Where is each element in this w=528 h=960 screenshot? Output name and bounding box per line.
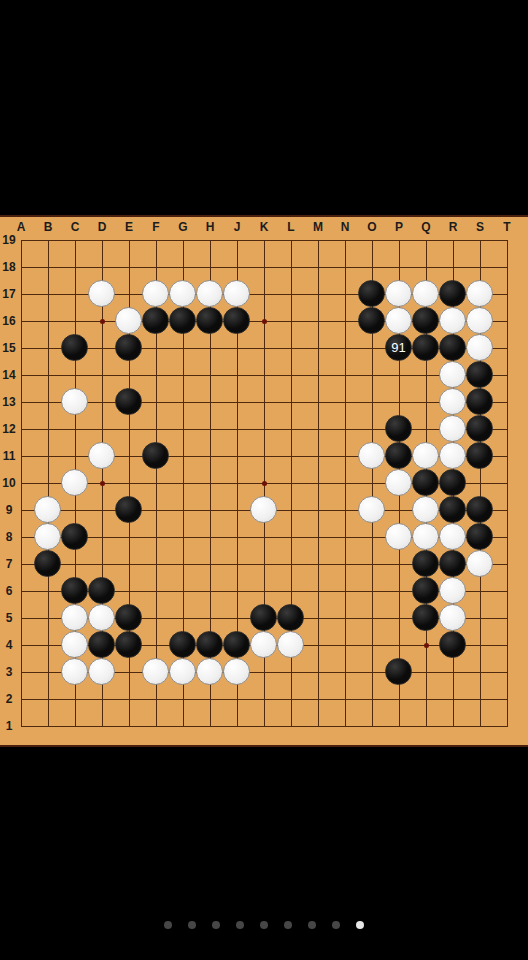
intersection[interactable] <box>61 280 88 307</box>
intersection[interactable] <box>412 496 439 523</box>
intersection[interactable] <box>439 577 466 604</box>
intersection[interactable] <box>412 550 439 577</box>
intersection[interactable] <box>439 604 466 631</box>
intersection[interactable] <box>7 712 34 739</box>
intersection[interactable] <box>169 361 196 388</box>
intersection[interactable] <box>466 307 493 334</box>
intersection[interactable] <box>115 226 142 253</box>
intersection[interactable] <box>331 685 358 712</box>
intersection[interactable] <box>493 712 520 739</box>
intersection[interactable] <box>385 523 412 550</box>
intersection[interactable] <box>169 334 196 361</box>
intersection[interactable] <box>304 226 331 253</box>
intersection[interactable] <box>304 253 331 280</box>
intersection[interactable] <box>88 334 115 361</box>
intersection[interactable] <box>250 469 277 496</box>
page-dot[interactable] <box>356 921 364 929</box>
intersection[interactable] <box>7 550 34 577</box>
intersection[interactable] <box>142 658 169 685</box>
intersection[interactable] <box>61 604 88 631</box>
intersection[interactable] <box>88 550 115 577</box>
intersection[interactable] <box>412 658 439 685</box>
page-dot[interactable] <box>332 921 340 929</box>
intersection[interactable] <box>142 388 169 415</box>
intersection[interactable] <box>115 442 142 469</box>
intersection[interactable] <box>169 226 196 253</box>
intersection[interactable] <box>196 577 223 604</box>
intersection[interactable] <box>358 415 385 442</box>
intersection[interactable] <box>196 658 223 685</box>
intersection[interactable] <box>331 604 358 631</box>
intersection[interactable] <box>493 334 520 361</box>
intersection[interactable] <box>115 577 142 604</box>
intersection[interactable] <box>142 631 169 658</box>
intersection[interactable] <box>7 523 34 550</box>
intersection[interactable] <box>142 334 169 361</box>
intersection[interactable] <box>61 685 88 712</box>
intersection[interactable] <box>115 523 142 550</box>
intersection[interactable] <box>88 712 115 739</box>
intersection[interactable] <box>115 550 142 577</box>
intersection[interactable] <box>385 685 412 712</box>
intersection[interactable] <box>250 523 277 550</box>
intersection[interactable] <box>412 334 439 361</box>
intersection[interactable] <box>196 550 223 577</box>
intersection[interactable] <box>142 442 169 469</box>
intersection[interactable] <box>277 307 304 334</box>
intersection[interactable] <box>7 658 34 685</box>
intersection[interactable] <box>34 469 61 496</box>
intersection[interactable] <box>34 307 61 334</box>
intersection[interactable] <box>34 388 61 415</box>
intersection[interactable] <box>385 496 412 523</box>
intersection[interactable] <box>358 631 385 658</box>
intersection[interactable] <box>304 604 331 631</box>
intersection[interactable] <box>169 550 196 577</box>
intersection[interactable] <box>277 361 304 388</box>
intersection[interactable] <box>331 361 358 388</box>
intersection[interactable] <box>61 469 88 496</box>
intersection[interactable] <box>412 442 439 469</box>
intersection[interactable] <box>304 415 331 442</box>
intersection[interactable] <box>493 280 520 307</box>
intersection[interactable] <box>88 226 115 253</box>
intersection[interactable] <box>412 307 439 334</box>
intersection[interactable] <box>439 307 466 334</box>
intersection[interactable] <box>493 415 520 442</box>
intersection[interactable] <box>61 442 88 469</box>
intersection[interactable] <box>61 523 88 550</box>
intersection[interactable] <box>358 469 385 496</box>
intersection[interactable] <box>493 658 520 685</box>
intersection[interactable] <box>142 361 169 388</box>
intersection[interactable] <box>61 658 88 685</box>
intersection[interactable] <box>250 631 277 658</box>
intersection[interactable] <box>493 361 520 388</box>
intersection[interactable] <box>142 550 169 577</box>
intersection[interactable] <box>385 388 412 415</box>
intersection[interactable] <box>277 280 304 307</box>
intersection[interactable] <box>250 361 277 388</box>
intersection[interactable] <box>115 307 142 334</box>
intersection[interactable] <box>169 604 196 631</box>
intersection[interactable] <box>250 307 277 334</box>
intersection[interactable] <box>196 253 223 280</box>
intersection[interactable] <box>61 550 88 577</box>
intersection[interactable] <box>169 523 196 550</box>
intersection[interactable] <box>277 658 304 685</box>
intersection[interactable] <box>358 712 385 739</box>
intersection[interactable] <box>277 469 304 496</box>
intersection[interactable] <box>7 469 34 496</box>
intersection[interactable] <box>250 280 277 307</box>
intersection[interactable] <box>115 388 142 415</box>
intersection[interactable] <box>115 685 142 712</box>
intersection[interactable] <box>304 550 331 577</box>
intersection[interactable] <box>223 361 250 388</box>
intersection[interactable] <box>88 307 115 334</box>
intersection[interactable] <box>142 712 169 739</box>
intersection[interactable] <box>250 388 277 415</box>
intersection[interactable] <box>34 280 61 307</box>
intersection[interactable] <box>358 577 385 604</box>
intersection[interactable] <box>142 469 169 496</box>
intersection[interactable] <box>331 253 358 280</box>
intersection[interactable] <box>7 631 34 658</box>
intersection[interactable] <box>223 442 250 469</box>
intersection[interactable] <box>61 388 88 415</box>
intersection[interactable] <box>34 631 61 658</box>
intersection[interactable] <box>61 631 88 658</box>
intersection[interactable] <box>196 307 223 334</box>
intersection[interactable] <box>142 523 169 550</box>
intersection[interactable] <box>412 577 439 604</box>
intersection[interactable] <box>61 415 88 442</box>
intersection[interactable] <box>412 685 439 712</box>
intersection[interactable] <box>439 550 466 577</box>
intersection[interactable] <box>385 469 412 496</box>
intersection[interactable] <box>34 685 61 712</box>
intersection[interactable] <box>304 631 331 658</box>
page-dot[interactable] <box>236 921 244 929</box>
intersection[interactable] <box>223 226 250 253</box>
intersection[interactable] <box>196 388 223 415</box>
intersection[interactable] <box>439 334 466 361</box>
intersection[interactable] <box>466 226 493 253</box>
intersection[interactable] <box>493 307 520 334</box>
intersection[interactable] <box>304 280 331 307</box>
intersection[interactable] <box>115 334 142 361</box>
intersection[interactable] <box>115 604 142 631</box>
intersection[interactable] <box>304 442 331 469</box>
intersection[interactable] <box>358 307 385 334</box>
page-dot[interactable] <box>260 921 268 929</box>
intersection[interactable] <box>223 469 250 496</box>
intersection[interactable] <box>223 577 250 604</box>
intersection[interactable] <box>385 442 412 469</box>
intersection[interactable] <box>412 226 439 253</box>
intersection[interactable] <box>88 280 115 307</box>
intersection[interactable] <box>115 415 142 442</box>
intersection[interactable] <box>223 631 250 658</box>
intersection[interactable] <box>7 577 34 604</box>
intersection[interactable] <box>88 361 115 388</box>
intersection[interactable] <box>304 523 331 550</box>
intersection[interactable] <box>385 604 412 631</box>
intersection[interactable] <box>439 712 466 739</box>
intersection[interactable] <box>115 253 142 280</box>
intersection[interactable] <box>466 388 493 415</box>
intersection[interactable] <box>358 388 385 415</box>
intersection[interactable] <box>223 523 250 550</box>
intersection[interactable] <box>115 496 142 523</box>
intersection[interactable] <box>304 577 331 604</box>
intersection[interactable] <box>196 280 223 307</box>
intersection[interactable] <box>142 253 169 280</box>
intersection[interactable] <box>358 523 385 550</box>
intersection[interactable] <box>169 307 196 334</box>
intersection[interactable] <box>61 226 88 253</box>
intersection[interactable] <box>493 550 520 577</box>
intersection[interactable] <box>493 523 520 550</box>
intersection[interactable] <box>88 496 115 523</box>
intersection[interactable] <box>88 253 115 280</box>
intersection[interactable] <box>439 631 466 658</box>
intersection[interactable] <box>223 550 250 577</box>
intersection[interactable] <box>439 253 466 280</box>
intersection[interactable] <box>331 469 358 496</box>
intersection[interactable] <box>61 307 88 334</box>
intersection[interactable] <box>439 658 466 685</box>
intersection[interactable] <box>304 712 331 739</box>
intersection[interactable] <box>331 442 358 469</box>
intersection[interactable] <box>358 658 385 685</box>
intersection[interactable] <box>412 604 439 631</box>
page-dot[interactable] <box>212 921 220 929</box>
intersection[interactable] <box>439 685 466 712</box>
intersection[interactable] <box>385 253 412 280</box>
intersection[interactable] <box>34 658 61 685</box>
intersection[interactable] <box>412 712 439 739</box>
intersection[interactable] <box>277 685 304 712</box>
intersection[interactable] <box>466 253 493 280</box>
intersection[interactable] <box>331 658 358 685</box>
intersection[interactable] <box>277 442 304 469</box>
intersection[interactable] <box>88 442 115 469</box>
intersection[interactable] <box>493 577 520 604</box>
intersection[interactable] <box>34 361 61 388</box>
intersection[interactable] <box>385 361 412 388</box>
intersection[interactable] <box>250 550 277 577</box>
intersection[interactable] <box>493 496 520 523</box>
intersection[interactable] <box>466 442 493 469</box>
intersection[interactable] <box>331 577 358 604</box>
intersection[interactable] <box>142 280 169 307</box>
intersection[interactable] <box>223 496 250 523</box>
intersection[interactable] <box>277 253 304 280</box>
intersection[interactable] <box>412 253 439 280</box>
intersection[interactable] <box>115 361 142 388</box>
intersection[interactable] <box>304 496 331 523</box>
intersection[interactable] <box>223 307 250 334</box>
intersection[interactable] <box>223 388 250 415</box>
intersection[interactable] <box>412 631 439 658</box>
intersection[interactable] <box>169 388 196 415</box>
intersection[interactable] <box>439 361 466 388</box>
intersection[interactable] <box>142 226 169 253</box>
intersection[interactable] <box>169 712 196 739</box>
intersection[interactable] <box>115 280 142 307</box>
intersection[interactable] <box>250 253 277 280</box>
intersection[interactable] <box>34 550 61 577</box>
intersection[interactable] <box>7 226 34 253</box>
intersection[interactable] <box>277 577 304 604</box>
intersection[interactable] <box>493 631 520 658</box>
intersection[interactable] <box>7 685 34 712</box>
intersection[interactable] <box>439 442 466 469</box>
intersection[interactable] <box>88 685 115 712</box>
intersection[interactable] <box>250 496 277 523</box>
intersection[interactable] <box>277 496 304 523</box>
intersection[interactable] <box>250 577 277 604</box>
intersection[interactable] <box>61 712 88 739</box>
intersection[interactable] <box>169 577 196 604</box>
intersection[interactable] <box>34 415 61 442</box>
page-dot[interactable] <box>188 921 196 929</box>
intersection[interactable] <box>34 226 61 253</box>
intersection[interactable] <box>277 523 304 550</box>
intersection[interactable] <box>304 307 331 334</box>
intersection[interactable] <box>196 685 223 712</box>
intersection[interactable] <box>34 334 61 361</box>
intersection[interactable] <box>466 550 493 577</box>
intersection[interactable] <box>466 631 493 658</box>
intersection[interactable] <box>142 604 169 631</box>
intersection[interactable] <box>331 307 358 334</box>
intersection[interactable] <box>7 496 34 523</box>
intersection[interactable] <box>142 415 169 442</box>
intersection[interactable] <box>196 334 223 361</box>
intersection[interactable] <box>277 550 304 577</box>
intersection[interactable] <box>223 685 250 712</box>
intersection[interactable] <box>88 658 115 685</box>
intersection[interactable] <box>277 226 304 253</box>
intersection[interactable] <box>358 253 385 280</box>
intersection[interactable] <box>331 334 358 361</box>
intersection[interactable] <box>61 253 88 280</box>
intersection[interactable] <box>34 442 61 469</box>
intersection[interactable] <box>61 334 88 361</box>
intersection[interactable] <box>331 415 358 442</box>
intersection[interactable] <box>466 523 493 550</box>
page-dot[interactable] <box>308 921 316 929</box>
intersection[interactable] <box>331 712 358 739</box>
intersection[interactable] <box>34 604 61 631</box>
intersection[interactable] <box>331 631 358 658</box>
intersection[interactable] <box>385 550 412 577</box>
intersection[interactable] <box>34 712 61 739</box>
intersection[interactable] <box>439 523 466 550</box>
intersection[interactable] <box>358 361 385 388</box>
intersection[interactable] <box>169 415 196 442</box>
intersection[interactable] <box>385 226 412 253</box>
intersection[interactable] <box>385 577 412 604</box>
intersection[interactable] <box>277 415 304 442</box>
intersection[interactable] <box>169 253 196 280</box>
intersection[interactable] <box>7 307 34 334</box>
intersection[interactable] <box>115 712 142 739</box>
intersection[interactable] <box>331 226 358 253</box>
intersection[interactable] <box>277 388 304 415</box>
intersection[interactable] <box>7 604 34 631</box>
intersection[interactable] <box>34 523 61 550</box>
intersection[interactable] <box>466 604 493 631</box>
intersection[interactable] <box>493 442 520 469</box>
intersection[interactable] <box>250 334 277 361</box>
intersection[interactable] <box>169 685 196 712</box>
intersection[interactable] <box>196 523 223 550</box>
intersection[interactable] <box>385 712 412 739</box>
intersection[interactable] <box>493 388 520 415</box>
intersection[interactable] <box>169 469 196 496</box>
intersection[interactable] <box>250 685 277 712</box>
intersection[interactable] <box>385 415 412 442</box>
intersection[interactable] <box>115 469 142 496</box>
intersection[interactable] <box>439 469 466 496</box>
intersection[interactable] <box>358 604 385 631</box>
intersection[interactable] <box>439 415 466 442</box>
intersection[interactable] <box>439 226 466 253</box>
intersection[interactable] <box>385 631 412 658</box>
intersection[interactable] <box>277 631 304 658</box>
intersection[interactable] <box>88 388 115 415</box>
intersection[interactable] <box>88 415 115 442</box>
intersection[interactable] <box>196 496 223 523</box>
page-dot[interactable] <box>164 921 172 929</box>
intersection[interactable] <box>358 334 385 361</box>
intersection[interactable] <box>7 442 34 469</box>
intersection[interactable] <box>196 415 223 442</box>
intersection[interactable] <box>7 361 34 388</box>
intersection[interactable] <box>142 685 169 712</box>
intersection[interactable] <box>88 469 115 496</box>
intersection[interactable] <box>61 361 88 388</box>
intersection[interactable] <box>196 361 223 388</box>
intersection[interactable] <box>412 523 439 550</box>
intersection[interactable] <box>88 577 115 604</box>
intersection[interactable] <box>142 307 169 334</box>
page-dot[interactable] <box>284 921 292 929</box>
intersection[interactable] <box>439 280 466 307</box>
intersection[interactable] <box>466 496 493 523</box>
intersection[interactable] <box>196 712 223 739</box>
intersection[interactable] <box>493 226 520 253</box>
intersection[interactable] <box>250 226 277 253</box>
intersection[interactable] <box>61 496 88 523</box>
intersection[interactable] <box>331 388 358 415</box>
intersection[interactable] <box>466 577 493 604</box>
intersection[interactable] <box>250 658 277 685</box>
intersection[interactable] <box>493 253 520 280</box>
intersection[interactable] <box>250 712 277 739</box>
intersection[interactable] <box>466 712 493 739</box>
intersection[interactable] <box>196 631 223 658</box>
intersection[interactable] <box>88 631 115 658</box>
intersection[interactable] <box>169 631 196 658</box>
intersection[interactable] <box>385 280 412 307</box>
intersection[interactable] <box>169 658 196 685</box>
intersection[interactable] <box>250 604 277 631</box>
